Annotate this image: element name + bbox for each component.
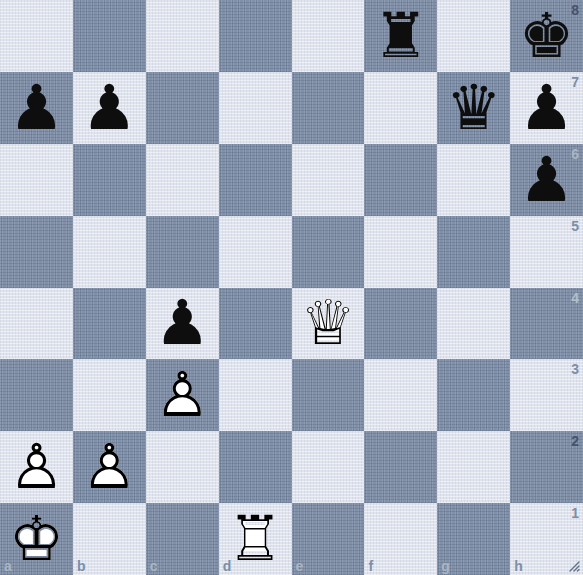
chess-board-stage: ♜8♚♟♟♛7♟6♟5♟♛♕4♟♙3♟♙♟♙2a♚♔bcd♜♖efg1h [0,0,583,575]
square-g6[interactable] [437,144,510,216]
coord-file-g: g [441,559,450,573]
square-a3[interactable] [0,359,73,431]
piece-white-pawn[interactable]: ♟♙ [0,431,73,503]
square-g5[interactable] [437,216,510,288]
coord-file-h: h [514,559,523,573]
square-g1[interactable]: g [437,503,510,575]
square-c6[interactable] [146,144,219,216]
coord-rank-7: 7 [571,75,579,89]
coord-file-a: a [4,559,12,573]
square-a5[interactable] [0,216,73,288]
square-c2[interactable] [146,431,219,503]
coord-file-b: b [77,559,86,573]
coord-rank-2: 2 [571,434,579,448]
piece-white-pawn[interactable]: ♟♙ [73,431,146,503]
white-pawn-glyph-outline: ♙ [146,359,219,431]
square-b1[interactable]: b [73,503,146,575]
square-d3[interactable] [219,359,292,431]
black-pawn-glyph: ♟ [146,288,219,360]
square-b7[interactable]: ♟ [73,72,146,144]
square-a7[interactable]: ♟ [0,72,73,144]
coord-rank-5: 5 [571,219,579,233]
white-queen-glyph-outline: ♕ [292,288,365,360]
square-e4[interactable]: ♛♕ [292,288,365,360]
black-queen-glyph: ♛ [437,72,510,144]
square-c7[interactable] [146,72,219,144]
square-a4[interactable] [0,288,73,360]
square-d8[interactable] [219,0,292,72]
coord-rank-8: 8 [571,3,579,17]
square-f7[interactable] [364,72,437,144]
square-c1[interactable]: c [146,503,219,575]
square-e1[interactable]: e [292,503,365,575]
black-pawn-glyph: ♟ [0,72,73,144]
square-b3[interactable] [73,359,146,431]
piece-black-queen[interactable]: ♛ [437,72,510,144]
black-pawn-glyph: ♟ [73,72,146,144]
piece-black-pawn[interactable]: ♟ [0,72,73,144]
square-h4[interactable]: 4 [510,288,583,360]
piece-black-pawn[interactable]: ♟ [73,72,146,144]
square-f1[interactable]: f [364,503,437,575]
square-a8[interactable] [0,0,73,72]
square-b2[interactable]: ♟♙ [73,431,146,503]
piece-black-pawn[interactable]: ♟ [146,288,219,360]
square-a2[interactable]: ♟♙ [0,431,73,503]
square-d7[interactable] [219,72,292,144]
square-c4[interactable]: ♟ [146,288,219,360]
square-d1[interactable]: d♜♖ [219,503,292,575]
square-e8[interactable] [292,0,365,72]
square-b8[interactable] [73,0,146,72]
square-e2[interactable] [292,431,365,503]
square-h3[interactable]: 3 [510,359,583,431]
coord-rank-1: 1 [571,506,579,520]
square-e6[interactable] [292,144,365,216]
square-c5[interactable] [146,216,219,288]
coord-rank-4: 4 [571,291,579,305]
square-c8[interactable] [146,0,219,72]
square-f6[interactable] [364,144,437,216]
square-h8[interactable]: 8♚ [510,0,583,72]
square-f3[interactable] [364,359,437,431]
square-a1[interactable]: a♚♔ [0,503,73,575]
piece-black-rook[interactable]: ♜ [364,0,437,72]
coord-file-e: e [296,559,304,573]
square-g2[interactable] [437,431,510,503]
square-g4[interactable] [437,288,510,360]
square-c3[interactable]: ♟♙ [146,359,219,431]
square-f8[interactable]: ♜ [364,0,437,72]
square-f5[interactable] [364,216,437,288]
coord-file-c: c [150,559,158,573]
piece-white-queen[interactable]: ♛♕ [292,288,365,360]
square-h2[interactable]: 2 [510,431,583,503]
white-pawn-glyph-outline: ♙ [73,431,146,503]
square-f2[interactable] [364,431,437,503]
square-b4[interactable] [73,288,146,360]
coord-file-d: d [223,559,232,573]
square-h5[interactable]: 5 [510,216,583,288]
chess-board: ♜8♚♟♟♛7♟6♟5♟♛♕4♟♙3♟♙♟♙2a♚♔bcd♜♖efg1h [0,0,583,575]
square-d6[interactable] [219,144,292,216]
coord-rank-6: 6 [571,147,579,161]
board-resize-grip-icon[interactable] [565,557,581,573]
square-d2[interactable] [219,431,292,503]
piece-white-pawn[interactable]: ♟♙ [146,359,219,431]
white-pawn-glyph-outline: ♙ [0,431,73,503]
square-a6[interactable] [0,144,73,216]
square-g8[interactable] [437,0,510,72]
square-d5[interactable] [219,216,292,288]
square-d4[interactable] [219,288,292,360]
square-g3[interactable] [437,359,510,431]
square-g7[interactable]: ♛ [437,72,510,144]
black-rook-glyph: ♜ [364,0,437,72]
square-b6[interactable] [73,144,146,216]
square-e5[interactable] [292,216,365,288]
coord-file-f: f [368,559,373,573]
square-f4[interactable] [364,288,437,360]
square-e3[interactable] [292,359,365,431]
square-h7[interactable]: 7♟ [510,72,583,144]
square-e7[interactable] [292,72,365,144]
square-h6[interactable]: 6♟ [510,144,583,216]
coord-rank-3: 3 [571,362,579,376]
square-b5[interactable] [73,216,146,288]
